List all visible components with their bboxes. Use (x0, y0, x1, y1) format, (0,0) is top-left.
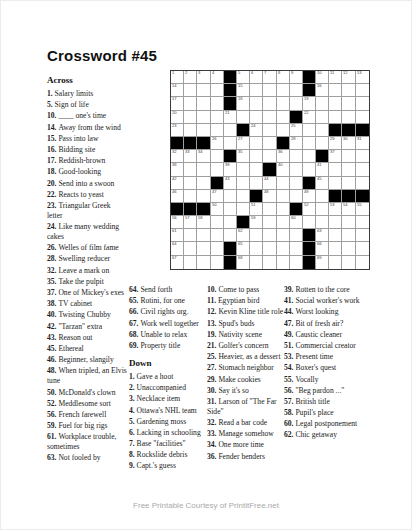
grid-cell-13-9[interactable] (277, 229, 290, 242)
cell-number: 61 (172, 229, 177, 233)
grid-cell-10-5[interactable] (224, 190, 237, 203)
across-clue-40: 40. Twisting Chubby (47, 310, 127, 320)
black-cell-10-13 (329, 190, 342, 203)
cell-number: 21 (225, 111, 230, 115)
across-clue-26: 26. Welles of film fame (47, 243, 127, 253)
grid-cell-5-10[interactable]: 25 (290, 124, 303, 137)
grid-cell-5-7[interactable]: 24 (250, 124, 263, 137)
crossword-grid[interactable]: 1234567891011121314151617181920212223242… (170, 70, 370, 270)
grid-cell-14-7[interactable] (250, 242, 263, 255)
grid-cell-7-1[interactable]: 32 (171, 150, 184, 163)
cell-number: 62 (238, 229, 243, 233)
cell-number: 48 (264, 190, 269, 194)
grid-cell-2-12[interactable]: 16 (316, 84, 329, 97)
black-cell-12-6 (237, 216, 250, 229)
grid-cell-14-12[interactable]: 66 (316, 242, 329, 255)
grid-cell-10-12[interactable] (316, 190, 329, 203)
black-cell-5-15 (356, 124, 369, 137)
grid-cell-6-11[interactable] (303, 137, 316, 150)
cell-number: 60 (291, 216, 296, 220)
grid-cell-9-2[interactable] (184, 177, 197, 190)
grid-cell-3-14[interactable] (342, 97, 355, 110)
black-cell-1-11 (303, 71, 316, 84)
grid-cell-2-3[interactable] (197, 84, 210, 97)
across-clue-16: 16. Bidding site (47, 145, 127, 155)
grid-cell-1-13[interactable]: 11 (329, 71, 342, 84)
grid-cell-8-14[interactable] (342, 163, 355, 176)
down-clue-13: 13. Spud's buds (207, 319, 291, 329)
grid-cell-9-12[interactable]: 45 (316, 177, 329, 190)
grid-cell-4-15[interactable] (356, 111, 369, 124)
black-cell-6-2 (184, 137, 197, 150)
grid-cell-11-12[interactable] (316, 203, 329, 216)
cell-number: 16 (317, 84, 322, 88)
grid-cell-5-5[interactable] (224, 124, 237, 137)
grid-cell-8-1[interactable]: 38 (171, 163, 184, 176)
grid-cell-10-6[interactable] (237, 190, 250, 203)
cell-number: 69 (317, 256, 322, 260)
grid-cell-8-9[interactable]: 40 (277, 163, 290, 176)
grid-cell-15-4[interactable] (211, 256, 224, 269)
grid-cell-3-7[interactable] (250, 97, 263, 110)
grid-cell-4-7[interactable] (250, 111, 263, 124)
grid-cell-1-4[interactable]: 4 (211, 71, 224, 84)
grid-cell-5-3[interactable] (197, 124, 210, 137)
cell-number: 36 (278, 150, 283, 154)
across-clue-46: 46. Beginner, slangily (47, 355, 127, 365)
grid-cell-12-12[interactable] (316, 216, 329, 229)
grid-cell-11-13[interactable]: 53 (329, 203, 342, 216)
grid-cell-1-2[interactable]: 2 (184, 71, 197, 84)
grid-cell-8-15[interactable] (356, 163, 369, 176)
grid-cell-9-6[interactable] (237, 177, 250, 190)
grid-cell-2-2[interactable] (184, 84, 197, 97)
grid-cell-7-3[interactable]: 34 (197, 150, 210, 163)
grid-cell-13-15[interactable] (356, 229, 369, 242)
across-clue-5: 5. Sign of life (47, 100, 127, 110)
grid-cell-9-13[interactable] (329, 177, 342, 190)
black-cell-11-1 (171, 203, 184, 216)
down-clue-56: 56. "Beg pardon ..." (284, 386, 370, 396)
grid-cell-14-9[interactable] (277, 242, 290, 255)
grid-cell-6-10[interactable]: 28 (290, 137, 303, 150)
grid-cell-1-1[interactable]: 1 (171, 71, 184, 84)
grid-cell-4-1[interactable]: 20 (171, 111, 184, 124)
cell-number: 44 (264, 177, 269, 181)
down-clues-part1: 1. Gave a hoot2. Unaccompanied3. Necklac… (129, 372, 209, 472)
grid-cell-13-4[interactable] (211, 229, 224, 242)
grid-cell-3-3[interactable] (197, 97, 210, 110)
grid-cell-8-5[interactable]: 39 (224, 163, 237, 176)
grid-cell-10-1[interactable]: 46 (171, 190, 184, 203)
grid-cell-11-14[interactable]: 54 (342, 203, 355, 216)
black-cell-9-4 (211, 177, 224, 190)
grid-cell-15-12[interactable]: 69 (316, 256, 329, 269)
across-clue-45: 45. Ethereal (47, 344, 127, 354)
down-clue-54: 54. Boxer's quest (284, 363, 370, 373)
grid-cell-14-10[interactable] (290, 242, 303, 255)
cell-number: 15 (238, 84, 243, 88)
grid-cell-7-4[interactable] (211, 150, 224, 163)
grid-cell-4-6[interactable] (237, 111, 250, 124)
grid-cell-11-5[interactable] (224, 203, 237, 216)
grid-cell-14-3[interactable] (197, 242, 210, 255)
grid-cell-2-4[interactable] (211, 84, 224, 97)
grid-cell-1-15[interactable]: 13 (356, 71, 369, 84)
cell-number: 8 (278, 71, 280, 75)
grid-cell-15-3[interactable] (197, 256, 210, 269)
grid-cell-1-12[interactable]: 10 (316, 71, 329, 84)
grid-cell-8-11[interactable] (303, 163, 316, 176)
grid-cell-15-14[interactable] (342, 256, 355, 269)
down-clue-7: 7. Base "facilities" (129, 439, 209, 449)
grid-cell-7-8[interactable] (263, 150, 276, 163)
grid-cell-4-5[interactable]: 21 (224, 111, 237, 124)
grid-cell-5-8[interactable] (263, 124, 276, 137)
grid-cell-2-6[interactable]: 15 (237, 84, 250, 97)
across-clue-38: 38. TV cabinet (47, 299, 127, 309)
grid-cell-12-1[interactable]: 56 (171, 216, 184, 229)
cell-number: 24 (251, 124, 256, 128)
grid-cell-12-13[interactable] (329, 216, 342, 229)
grid-cell-8-12[interactable]: 41 (316, 163, 329, 176)
down-clue-49: 49. Caustic cleaner (284, 330, 370, 340)
cell-number: 43 (225, 177, 230, 181)
grid-cell-2-10[interactable] (290, 84, 303, 97)
across-clues-part2: 64. Send forth65. Rotini, for one66. Civ… (129, 285, 209, 351)
grid-cell-3-15[interactable] (356, 97, 369, 110)
grid-cell-11-9[interactable] (277, 203, 290, 216)
grid-cell-10-4[interactable]: 47 (211, 190, 224, 203)
grid-cell-15-2[interactable] (184, 256, 197, 269)
grid-cell-10-10[interactable] (290, 190, 303, 203)
down-clue-10: 10. Come to pass (207, 285, 291, 295)
cell-number: 40 (278, 163, 283, 167)
grid-cell-6-7[interactable] (250, 137, 263, 150)
grid-cell-11-15[interactable]: 55 (356, 203, 369, 216)
grid-cell-4-4[interactable] (211, 111, 224, 124)
black-cell-6-9 (277, 137, 290, 150)
down-clue-44: 44. Worst looking (284, 307, 370, 317)
grid-cell-5-9[interactable] (277, 124, 290, 137)
clue-column-3: 10. Come to pass11. Egyptian bird12. Kev… (207, 285, 291, 463)
grid-cell-12-4[interactable] (211, 216, 224, 229)
grid-cell-13-3[interactable] (197, 229, 210, 242)
black-cell-14-5 (224, 242, 237, 255)
grid-cell-8-7[interactable] (250, 163, 263, 176)
grid-cell-14-14[interactable] (342, 242, 355, 255)
grid-cell-14-4[interactable] (211, 242, 224, 255)
grid-cell-3-1[interactable]: 17 (171, 97, 184, 110)
grid-cell-12-11[interactable] (303, 216, 316, 229)
grid-cell-4-3[interactable] (197, 111, 210, 124)
grid-cell-2-8[interactable] (263, 84, 276, 97)
grid-cell-1-14[interactable]: 12 (342, 71, 355, 84)
cell-number: 27 (238, 137, 243, 141)
cell-number: 4 (212, 71, 214, 75)
black-cell-3-5 (224, 97, 237, 110)
grid-cell-13-8[interactable] (263, 229, 276, 242)
grid-cell-11-6[interactable] (237, 203, 250, 216)
grid-cell-13-2[interactable] (184, 229, 197, 242)
grid-cell-12-2[interactable]: 57 (184, 216, 197, 229)
grid-cell-2-13[interactable] (329, 84, 342, 97)
grid-cell-9-3[interactable] (197, 177, 210, 190)
down-clue-41: 41. Social worker's work (284, 296, 370, 306)
grid-cell-3-4[interactable] (211, 97, 224, 110)
grid-cell-11-8[interactable] (263, 203, 276, 216)
grid-cell-8-3[interactable] (197, 163, 210, 176)
down-clue-9: 9. Capt.'s guess (129, 461, 209, 471)
down-clue-21: 21. Golfer's concern (207, 341, 291, 351)
grid-cell-11-11[interactable]: 52 (303, 203, 316, 216)
black-cell-7-12 (316, 150, 329, 163)
across-clue-59: 59. Fuel for big rigs (47, 421, 127, 431)
grid-cell-4-12[interactable] (316, 111, 329, 124)
grid-cell-9-8[interactable]: 44 (263, 177, 276, 190)
grid-cell-3-10[interactable] (290, 97, 303, 110)
grid-cell-1-3[interactable]: 3 (197, 71, 210, 84)
grid-cell-2-15[interactable] (356, 84, 369, 97)
grid-cell-5-4[interactable] (211, 124, 224, 137)
grid-cell-6-8[interactable] (263, 137, 276, 150)
grid-cell-9-7[interactable] (250, 177, 263, 190)
down-clue-12: 12. Kevin Kline title role (207, 307, 291, 317)
across-clue-65: 65. Rotini, for one (129, 296, 209, 306)
grid-cell-3-11[interactable]: 19 (303, 97, 316, 110)
grid-cell-12-9[interactable] (277, 216, 290, 229)
grid-cell-15-13[interactable] (329, 256, 342, 269)
grid-cell-10-3[interactable] (197, 190, 210, 203)
grid-cell-2-1[interactable]: 14 (171, 84, 184, 97)
grid-cell-8-6[interactable] (237, 163, 250, 176)
grid-cell-5-1[interactable]: 23 (171, 124, 184, 137)
grid-cell-9-9[interactable] (277, 177, 290, 190)
grid-cell-10-11[interactable]: 49 (303, 190, 316, 203)
grid-cell-8-2[interactable] (184, 163, 197, 176)
grid-cell-13-14[interactable] (342, 229, 355, 242)
down-clue-55: 55. Vocally (284, 375, 370, 385)
grid-cell-15-9[interactable] (277, 256, 290, 269)
cell-number: 57 (185, 216, 190, 220)
across-clue-14: 14. Away from the wind (47, 123, 127, 133)
grid-cell-14-15[interactable] (356, 242, 369, 255)
grid-cell-12-14[interactable] (342, 216, 355, 229)
grid-cell-4-11[interactable]: 22 (303, 111, 316, 124)
grid-cell-13-12[interactable]: 63 (316, 229, 329, 242)
grid-cell-14-1[interactable]: 64 (171, 242, 184, 255)
black-cell-7-5 (224, 150, 237, 163)
grid-cell-13-5[interactable] (224, 229, 237, 242)
across-clue-35: 35. Take the pulpit (47, 277, 127, 287)
grid-cell-3-8[interactable] (263, 97, 276, 110)
grid-cell-13-1[interactable]: 61 (171, 229, 184, 242)
grid-cell-7-11[interactable] (303, 150, 316, 163)
cell-number: 55 (357, 203, 362, 207)
cell-number: 30 (343, 137, 348, 141)
grid-cell-9-5[interactable]: 43 (224, 177, 237, 190)
grid-cell-7-9[interactable]: 36 (277, 150, 290, 163)
across-clue-20: 20. Send into a swoon (47, 179, 127, 189)
grid-cell-12-15[interactable] (356, 216, 369, 229)
down-clue-53: 53. Present time (284, 352, 370, 362)
grid-cell-4-14[interactable] (342, 111, 355, 124)
black-cell-10-15 (356, 190, 369, 203)
grid-cell-12-8[interactable] (263, 216, 276, 229)
cell-number: 11 (330, 71, 334, 75)
across-clue-10: 10. ____ one's time (47, 111, 127, 121)
across-clue-48: 48. When tripled, an Elvis tune (47, 366, 127, 386)
down-clue-25: 25. Heavier, as a dessert (207, 352, 291, 362)
grid-cell-4-9[interactable] (277, 111, 290, 124)
grid-cell-8-13[interactable] (329, 163, 342, 176)
grid-cell-6-13[interactable]: 29 (329, 137, 342, 150)
down-clue-31: 31. Larson of "The Far Side" (207, 397, 291, 417)
grid-cell-11-7[interactable]: 51 (250, 203, 263, 216)
clue-column-1: Across 1. Salary limits5. Sign of life10… (47, 75, 127, 465)
grid-cell-1-10[interactable]: 9 (290, 71, 303, 84)
cell-number: 49 (304, 190, 309, 194)
cell-number: 33 (185, 150, 190, 154)
grid-cell-12-3[interactable]: 58 (197, 216, 210, 229)
grid-cell-14-8[interactable] (263, 242, 276, 255)
grid-cell-15-10[interactable] (290, 256, 303, 269)
grid-cell-8-10[interactable] (290, 163, 303, 176)
black-cell-9-11 (303, 177, 316, 190)
grid-cell-11-4[interactable]: 50 (211, 203, 224, 216)
black-cell-4-10 (290, 111, 303, 124)
grid-cell-6-12[interactable] (316, 137, 329, 150)
down-clue-6: 6. Lacking in schooling (129, 428, 209, 438)
grid-cell-10-8[interactable]: 48 (263, 190, 276, 203)
grid-cell-3-9[interactable] (277, 97, 290, 110)
grid-cell-15-7[interactable] (250, 256, 263, 269)
grid-cell-4-2[interactable] (184, 111, 197, 124)
grid-cell-15-8[interactable] (263, 256, 276, 269)
black-cell-5-6 (237, 124, 250, 137)
cell-number: 2 (185, 71, 187, 75)
cell-number: 56 (172, 216, 177, 220)
grid-cell-12-10[interactable]: 60 (290, 216, 303, 229)
cell-number: 59 (251, 216, 256, 220)
grid-cell-6-14[interactable]: 30 (342, 137, 355, 150)
grid-cell-7-14[interactable] (342, 150, 355, 163)
grid-cell-13-7[interactable] (250, 229, 263, 242)
across-clue-15: 15. Pass into law (47, 134, 127, 144)
across-clue-37: 37. One of Mickey's exes (47, 288, 127, 298)
grid-cell-5-11[interactable] (303, 124, 316, 137)
grid-cell-6-15[interactable]: 31 (356, 137, 369, 150)
cell-number: 38 (172, 163, 177, 167)
grid-cell-1-6[interactable]: 5 (237, 71, 250, 84)
cell-number: 29 (330, 137, 335, 141)
down-clue-60: 60. Legal postponement (284, 419, 370, 429)
grid-cell-6-4[interactable]: 26 (211, 137, 224, 150)
grid-cell-5-12[interactable] (316, 124, 329, 137)
black-cell-11-2 (184, 203, 197, 216)
grid-cell-3-13[interactable] (329, 97, 342, 110)
grid-cell-1-7[interactable]: 6 (250, 71, 263, 84)
grid-cell-15-15[interactable] (356, 256, 369, 269)
grid-cell-7-15[interactable] (356, 150, 369, 163)
grid-cell-14-2[interactable] (184, 242, 197, 255)
grid-cell-1-9[interactable]: 8 (277, 71, 290, 84)
cell-number: 41 (317, 163, 322, 167)
grid-cell-12-5[interactable] (224, 216, 237, 229)
black-cell-11-3 (197, 203, 210, 216)
grid-cell-4-13[interactable] (329, 111, 342, 124)
grid-cell-8-4[interactable] (211, 163, 224, 176)
grid-cell-10-2[interactable] (184, 190, 197, 203)
grid-cell-13-10[interactable] (290, 229, 303, 242)
cell-number: 53 (330, 203, 335, 207)
grid-cell-2-9[interactable] (277, 84, 290, 97)
grid-cell-4-8[interactable] (263, 111, 276, 124)
grid-cell-7-2[interactable]: 33 (184, 150, 197, 163)
black-cell-5-14 (342, 124, 355, 137)
grid-cell-2-14[interactable] (342, 84, 355, 97)
across-clue-17: 17. Reddish-brown (47, 156, 127, 166)
grid-cell-6-6[interactable]: 27 (237, 137, 250, 150)
cell-number: 20 (172, 111, 177, 115)
cell-number: 54 (343, 203, 348, 207)
grid-cell-2-7[interactable] (250, 84, 263, 97)
across-clue-22: 22. Reacts to yeast (47, 190, 127, 200)
grid-cell-9-10[interactable] (290, 177, 303, 190)
grid-cell-7-7[interactable] (250, 150, 263, 163)
cell-number: 63 (317, 229, 322, 233)
cell-number: 32 (172, 150, 177, 154)
grid-cell-3-6[interactable]: 18 (237, 97, 250, 110)
cell-number: 34 (198, 150, 203, 154)
grid-cell-15-6[interactable]: 68 (237, 256, 250, 269)
grid-cell-7-13[interactable]: 37 (329, 150, 342, 163)
grid-cell-14-6[interactable]: 65 (237, 242, 250, 255)
cell-number: 47 (212, 190, 217, 194)
grid-cell-9-1[interactable]: 42 (171, 177, 184, 190)
grid-cell-7-6[interactable]: 35 (237, 150, 250, 163)
cell-number: 25 (291, 124, 296, 128)
down-clues-part2: 10. Come to pass11. Egyptian bird12. Kev… (207, 285, 291, 462)
across-clue-66: 66. Civil rights org. (129, 307, 209, 317)
down-clue-33: 33. Manage somehow (207, 429, 291, 439)
footer-credit: Free Printable Courtesy of PrintitFree.n… (1, 501, 411, 510)
grid-cell-3-12[interactable] (316, 97, 329, 110)
cell-number: 26 (212, 137, 217, 141)
grid-cell-5-2[interactable] (184, 124, 197, 137)
grid-cell-13-6[interactable]: 62 (237, 229, 250, 242)
grid-cell-6-5[interactable] (224, 137, 237, 150)
grid-cell-9-15[interactable] (356, 177, 369, 190)
grid-cell-13-13[interactable] (329, 229, 342, 242)
grid-cell-15-1[interactable]: 67 (171, 256, 184, 269)
grid-cell-9-14[interactable] (342, 177, 355, 190)
grid-cell-14-13[interactable] (329, 242, 342, 255)
grid-cell-10-9[interactable] (277, 190, 290, 203)
grid-cell-1-8[interactable]: 7 (263, 71, 276, 84)
crossword-page: Crossword #45 12345678910111213141516171… (0, 0, 412, 530)
black-cell-10-14 (342, 190, 355, 203)
grid-cell-12-7[interactable]: 59 (250, 216, 263, 229)
black-cell-2-11 (303, 84, 316, 97)
across-clue-1: 1. Salary limits (47, 89, 127, 99)
across-heading: Across (47, 75, 127, 85)
grid-cell-3-2[interactable] (184, 97, 197, 110)
down-clue-51: 51. Commercial creator (284, 341, 370, 351)
cell-number: 46 (172, 190, 177, 194)
grid-cell-7-10[interactable] (290, 150, 303, 163)
down-clue-1: 1. Gave a hoot (129, 372, 209, 382)
